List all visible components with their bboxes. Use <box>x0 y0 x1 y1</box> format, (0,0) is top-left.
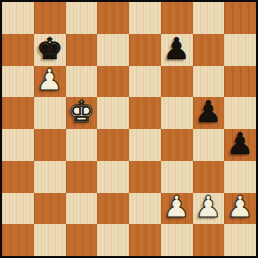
white-pawn-h2[interactable]: ♟ <box>227 193 254 223</box>
square-d6[interactable] <box>97 66 129 98</box>
white-king-c5[interactable]: ♚ <box>68 97 95 127</box>
square-e6[interactable] <box>129 66 161 98</box>
square-b7[interactable]: ♚ <box>34 34 66 66</box>
square-d2[interactable] <box>97 193 129 225</box>
square-f3[interactable] <box>161 161 193 193</box>
square-h6[interactable] <box>224 66 256 98</box>
square-d1[interactable] <box>97 224 129 256</box>
square-f5[interactable] <box>161 97 193 129</box>
square-c7[interactable] <box>66 34 98 66</box>
square-b5[interactable] <box>34 97 66 129</box>
square-b1[interactable] <box>34 224 66 256</box>
square-g5[interactable]: ♟ <box>193 97 225 129</box>
square-e2[interactable] <box>129 193 161 225</box>
square-a7[interactable] <box>2 34 34 66</box>
square-h8[interactable] <box>224 2 256 34</box>
square-f6[interactable] <box>161 66 193 98</box>
square-g3[interactable] <box>193 161 225 193</box>
square-a2[interactable] <box>2 193 34 225</box>
square-d8[interactable] <box>97 2 129 34</box>
square-g7[interactable] <box>193 34 225 66</box>
square-g4[interactable] <box>193 129 225 161</box>
square-c8[interactable] <box>66 2 98 34</box>
square-f1[interactable] <box>161 224 193 256</box>
square-c1[interactable] <box>66 224 98 256</box>
square-h3[interactable] <box>224 161 256 193</box>
square-g6[interactable] <box>193 66 225 98</box>
square-c6[interactable] <box>66 66 98 98</box>
square-c3[interactable] <box>66 161 98 193</box>
square-f7[interactable]: ♟ <box>161 34 193 66</box>
square-h2[interactable]: ♟ <box>224 193 256 225</box>
square-f2[interactable]: ♟ <box>161 193 193 225</box>
square-e3[interactable] <box>129 161 161 193</box>
square-b8[interactable] <box>34 2 66 34</box>
square-b4[interactable] <box>34 129 66 161</box>
square-h5[interactable] <box>224 97 256 129</box>
square-e4[interactable] <box>129 129 161 161</box>
square-a1[interactable] <box>2 224 34 256</box>
square-c4[interactable] <box>66 129 98 161</box>
square-f4[interactable] <box>161 129 193 161</box>
square-c2[interactable] <box>66 193 98 225</box>
black-pawn-g5[interactable]: ♟ <box>195 97 222 127</box>
square-a4[interactable] <box>2 129 34 161</box>
black-pawn-f7[interactable]: ♟ <box>163 34 190 64</box>
square-e8[interactable] <box>129 2 161 34</box>
chess-board-frame: ♚♟♟♚♟♟♟♟♟ <box>0 0 258 258</box>
square-e7[interactable] <box>129 34 161 66</box>
square-b3[interactable] <box>34 161 66 193</box>
square-c5[interactable]: ♚ <box>66 97 98 129</box>
square-e1[interactable] <box>129 224 161 256</box>
square-f8[interactable] <box>161 2 193 34</box>
white-pawn-f2[interactable]: ♟ <box>163 193 190 223</box>
square-h1[interactable] <box>224 224 256 256</box>
square-d3[interactable] <box>97 161 129 193</box>
white-pawn-g2[interactable]: ♟ <box>195 193 222 223</box>
square-d5[interactable] <box>97 97 129 129</box>
black-king-b7[interactable]: ♚ <box>36 34 63 64</box>
square-a6[interactable] <box>2 66 34 98</box>
square-d4[interactable] <box>97 129 129 161</box>
white-pawn-b6[interactable]: ♟ <box>36 66 63 96</box>
square-b6[interactable]: ♟ <box>34 66 66 98</box>
square-g2[interactable]: ♟ <box>193 193 225 225</box>
square-g8[interactable] <box>193 2 225 34</box>
square-e5[interactable] <box>129 97 161 129</box>
square-g1[interactable] <box>193 224 225 256</box>
square-h4[interactable]: ♟ <box>224 129 256 161</box>
square-h7[interactable] <box>224 34 256 66</box>
square-a8[interactable] <box>2 2 34 34</box>
black-pawn-h4[interactable]: ♟ <box>227 129 254 159</box>
square-d7[interactable] <box>97 34 129 66</box>
chess-board: ♚♟♟♚♟♟♟♟♟ <box>2 2 256 256</box>
square-a5[interactable] <box>2 97 34 129</box>
square-b2[interactable] <box>34 193 66 225</box>
square-a3[interactable] <box>2 161 34 193</box>
